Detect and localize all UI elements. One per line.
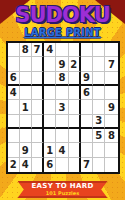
cell-r7c4 xyxy=(44,129,56,143)
cell-r1c8 xyxy=(93,43,105,57)
cell-r1c7 xyxy=(81,43,93,57)
cell-r7c6 xyxy=(69,129,81,143)
cell-r6c6 xyxy=(69,115,81,129)
cell-r3c1: 6 xyxy=(8,72,20,86)
cell-r6c9 xyxy=(105,115,117,129)
cell-r4c2 xyxy=(20,86,32,100)
cell-r8c9 xyxy=(105,143,117,157)
cell-r5c4 xyxy=(44,100,56,114)
cell-r2c5: 9 xyxy=(56,57,68,71)
cell-r1c2: 8 xyxy=(20,43,32,57)
cell-r4c9 xyxy=(105,86,117,100)
cell-r8c1 xyxy=(8,143,20,157)
cell-r2c3 xyxy=(32,57,44,71)
cell-r6c3 xyxy=(32,115,44,129)
cell-r5c3 xyxy=(32,100,44,114)
ribbon-banner: EASY TO HARD 101 Puzzles xyxy=(18,181,108,198)
cell-r4c5 xyxy=(56,86,68,100)
cover-content: SUDOKU LARGE PRINT 874927689461393589142… xyxy=(0,0,125,200)
cell-r6c1 xyxy=(8,115,20,129)
cell-r6c4 xyxy=(44,115,56,129)
cell-r3c3 xyxy=(32,72,44,86)
cell-r4c1: 4 xyxy=(8,86,20,100)
cell-r2c2 xyxy=(20,57,32,71)
cell-r3c9 xyxy=(105,72,117,86)
cell-r1c3: 7 xyxy=(32,43,44,57)
cell-r9c3 xyxy=(32,158,44,172)
cell-r8c5: 4 xyxy=(56,143,68,157)
cell-r9c8 xyxy=(93,158,105,172)
cell-r1c5 xyxy=(56,43,68,57)
cell-r9c9 xyxy=(105,158,117,172)
cell-r7c1 xyxy=(8,129,20,143)
cell-r9c1: 2 xyxy=(8,158,20,172)
puzzle-count-label: 101 Puzzles xyxy=(46,191,79,196)
cell-r8c6 xyxy=(69,143,81,157)
cell-r2c7 xyxy=(81,57,93,71)
cell-r1c6 xyxy=(69,43,81,57)
cell-r5c7 xyxy=(81,100,93,114)
cell-r6c2 xyxy=(20,115,32,129)
cell-r1c1 xyxy=(8,43,20,57)
cell-r7c9: 8 xyxy=(105,129,117,143)
cell-r3c2 xyxy=(20,72,32,86)
cell-r3c5: 8 xyxy=(56,72,68,86)
cell-r9c7: 7 xyxy=(81,158,93,172)
cell-r8c4: 1 xyxy=(44,143,56,157)
cell-r6c8: 3 xyxy=(93,115,105,129)
cell-r7c8: 5 xyxy=(93,129,105,143)
sudoku-board: 874927689461393589142467 xyxy=(6,41,120,174)
cell-r4c8 xyxy=(93,86,105,100)
difficulty-label: EASY TO HARD xyxy=(32,183,94,190)
cell-r7c3 xyxy=(32,129,44,143)
cell-r9c6 xyxy=(69,158,81,172)
cell-r5c6 xyxy=(69,100,81,114)
cell-r2c4 xyxy=(44,57,56,71)
cell-r3c8 xyxy=(93,72,105,86)
cell-r5c8 xyxy=(93,100,105,114)
cell-r3c4 xyxy=(44,72,56,86)
cell-r8c8 xyxy=(93,143,105,157)
cell-r7c5 xyxy=(56,129,68,143)
cell-r2c1 xyxy=(8,57,20,71)
cell-r5c9: 9 xyxy=(105,100,117,114)
cell-r8c7 xyxy=(81,143,93,157)
cell-r1c4: 4 xyxy=(44,43,56,57)
cell-r6c7 xyxy=(81,115,93,129)
cell-r4c6 xyxy=(69,86,81,100)
cell-r5c1 xyxy=(8,100,20,114)
subtitle: LARGE PRINT xyxy=(24,27,100,38)
cell-r5c2: 1 xyxy=(20,100,32,114)
cell-r4c7: 6 xyxy=(81,86,93,100)
cell-r8c2: 9 xyxy=(20,143,32,157)
cell-r4c3 xyxy=(32,86,44,100)
cell-r2c8 xyxy=(93,57,105,71)
cell-r4c4 xyxy=(44,86,56,100)
book-cover: SUDOKU LARGE PRINT 874927689461393589142… xyxy=(0,0,125,200)
cell-r5c5: 3 xyxy=(56,100,68,114)
cell-r3c7: 9 xyxy=(81,72,93,86)
cell-r9c5 xyxy=(56,158,68,172)
cell-r2c9: 7 xyxy=(105,57,117,71)
cell-r9c2: 4 xyxy=(20,158,32,172)
cell-r6c5 xyxy=(56,115,68,129)
cell-r1c9 xyxy=(105,43,117,57)
cell-r3c6 xyxy=(69,72,81,86)
cell-r2c6: 2 xyxy=(69,57,81,71)
page-title: SUDOKU xyxy=(15,4,109,26)
cell-r7c7 xyxy=(81,129,93,143)
cell-r7c2 xyxy=(20,129,32,143)
cell-r8c3 xyxy=(32,143,44,157)
cell-r9c4: 6 xyxy=(44,158,56,172)
